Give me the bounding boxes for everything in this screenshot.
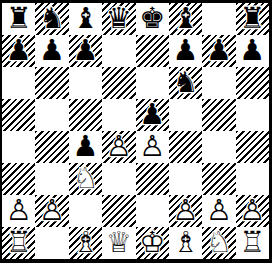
- square-g8[interactable]: [202, 3, 235, 35]
- piece-black-pawn: ♟♟: [69, 35, 102, 67]
- square-g4[interactable]: [202, 131, 235, 163]
- square-b7[interactable]: ♟♟: [35, 35, 68, 67]
- square-a3[interactable]: [2, 163, 35, 195]
- piece-white-pawn: ♟♙: [236, 195, 269, 227]
- piece-white-rook: ♜♖: [236, 227, 269, 259]
- piece-white-bishop: ♝♗: [69, 227, 102, 259]
- chess-board: ♜♜♞♞♝♝♛♛♚♚♝♝♜♜♟♟♟♟♟♟♟♟♟♟♟♟♞♞♟♟♟♟♟♙♟♙♞♘♟♙…: [0, 0, 272, 263]
- square-g2[interactable]: ♟♙: [202, 195, 235, 227]
- square-c1[interactable]: ♝♗: [69, 227, 102, 259]
- square-h8[interactable]: ♜♜: [236, 3, 269, 35]
- square-d2[interactable]: [102, 195, 135, 227]
- white-bishop-icon: ♗: [169, 227, 202, 259]
- piece-white-pawn: ♟♙: [202, 195, 235, 227]
- square-a2[interactable]: ♟♙: [2, 195, 35, 227]
- piece-black-pawn: ♟♟: [236, 35, 269, 67]
- piece-white-knight: ♞♘: [69, 163, 102, 195]
- square-c3[interactable]: ♞♘: [69, 163, 102, 195]
- black-pawn-icon: ♟: [136, 99, 169, 131]
- square-f8[interactable]: ♝♝: [169, 3, 202, 35]
- black-pawn-icon: ♟: [169, 35, 202, 67]
- square-d4[interactable]: ♟♙: [102, 131, 135, 163]
- black-pawn-icon: ♟: [69, 35, 102, 67]
- square-e7[interactable]: [136, 35, 169, 67]
- square-f4[interactable]: [169, 131, 202, 163]
- black-rook-icon: ♜: [2, 3, 35, 35]
- square-h1[interactable]: ♜♖: [236, 227, 269, 259]
- square-e4[interactable]: ♟♙: [136, 131, 169, 163]
- piece-black-rook: ♜♜: [236, 3, 269, 35]
- piece-white-pawn: ♟♙: [102, 131, 135, 163]
- white-knight-icon: ♘: [202, 227, 235, 259]
- square-d6[interactable]: [102, 67, 135, 99]
- black-knight-icon: ♞: [35, 3, 68, 35]
- square-h7[interactable]: ♟♟: [236, 35, 269, 67]
- square-c2[interactable]: [69, 195, 102, 227]
- black-bishop-icon: ♝: [169, 3, 202, 35]
- white-knight-icon: ♘: [69, 163, 102, 195]
- white-rook-icon: ♖: [2, 227, 35, 259]
- black-queen-icon: ♛: [102, 3, 135, 35]
- piece-black-pawn: ♟♟: [136, 99, 169, 131]
- square-g3[interactable]: [202, 163, 235, 195]
- square-e1[interactable]: ♚♔: [136, 227, 169, 259]
- black-pawn-icon: ♟: [2, 35, 35, 67]
- piece-black-knight: ♞♞: [169, 67, 202, 99]
- piece-white-pawn: ♟♙: [169, 195, 202, 227]
- square-d5[interactable]: [102, 99, 135, 131]
- square-a8[interactable]: ♜♜: [2, 3, 35, 35]
- piece-white-queen: ♛♕: [102, 227, 135, 259]
- piece-black-knight: ♞♞: [35, 3, 68, 35]
- white-pawn-icon: ♙: [102, 131, 135, 163]
- square-f5[interactable]: [169, 99, 202, 131]
- square-c8[interactable]: ♝♝: [69, 3, 102, 35]
- piece-black-bishop: ♝♝: [69, 3, 102, 35]
- white-rook-icon: ♖: [236, 227, 269, 259]
- square-f3[interactable]: [169, 163, 202, 195]
- piece-white-pawn: ♟♙: [35, 195, 68, 227]
- piece-white-king: ♚♔: [136, 227, 169, 259]
- white-bishop-icon: ♗: [69, 227, 102, 259]
- square-f6[interactable]: ♞♞: [169, 67, 202, 99]
- black-bishop-icon: ♝: [69, 3, 102, 35]
- piece-black-king: ♚♚: [136, 3, 169, 35]
- white-queen-icon: ♕: [102, 227, 135, 259]
- square-h4[interactable]: [236, 131, 269, 163]
- piece-black-rook: ♜♜: [2, 3, 35, 35]
- square-g1[interactable]: ♞♘: [202, 227, 235, 259]
- square-a7[interactable]: ♟♟: [2, 35, 35, 67]
- square-h2[interactable]: ♟♙: [236, 195, 269, 227]
- white-king-icon: ♔: [136, 227, 169, 259]
- black-rook-icon: ♜: [236, 3, 269, 35]
- square-f2[interactable]: ♟♙: [169, 195, 202, 227]
- piece-black-pawn: ♟♟: [69, 131, 102, 163]
- square-d1[interactable]: ♛♕: [102, 227, 135, 259]
- square-e5[interactable]: ♟♟: [136, 99, 169, 131]
- square-c7[interactable]: ♟♟: [69, 35, 102, 67]
- square-c5[interactable]: [69, 99, 102, 131]
- piece-black-pawn: ♟♟: [169, 35, 202, 67]
- square-a6[interactable]: [2, 67, 35, 99]
- square-g6[interactable]: [202, 67, 235, 99]
- square-b3[interactable]: [35, 163, 68, 195]
- white-pawn-icon: ♙: [202, 195, 235, 227]
- piece-white-knight: ♞♘: [202, 227, 235, 259]
- square-b6[interactable]: [35, 67, 68, 99]
- piece-white-pawn: ♟♙: [136, 131, 169, 163]
- square-b1[interactable]: [35, 227, 68, 259]
- square-c4[interactable]: ♟♟: [69, 131, 102, 163]
- black-pawn-icon: ♟: [202, 35, 235, 67]
- square-a5[interactable]: [2, 99, 35, 131]
- piece-black-pawn: ♟♟: [35, 35, 68, 67]
- square-e3[interactable]: [136, 163, 169, 195]
- white-pawn-icon: ♙: [169, 195, 202, 227]
- white-pawn-icon: ♙: [136, 131, 169, 163]
- square-b4[interactable]: [35, 131, 68, 163]
- square-b8[interactable]: ♞♞: [35, 3, 68, 35]
- white-pawn-icon: ♙: [35, 195, 68, 227]
- black-king-icon: ♚: [136, 3, 169, 35]
- square-e8[interactable]: ♚♚: [136, 3, 169, 35]
- square-g5[interactable]: [202, 99, 235, 131]
- piece-black-pawn: ♟♟: [202, 35, 235, 67]
- square-c6[interactable]: [69, 67, 102, 99]
- black-knight-icon: ♞: [169, 67, 202, 99]
- piece-white-rook: ♜♖: [2, 227, 35, 259]
- square-d3[interactable]: [102, 163, 135, 195]
- white-pawn-icon: ♙: [236, 195, 269, 227]
- square-e2[interactable]: [136, 195, 169, 227]
- black-pawn-icon: ♟: [69, 131, 102, 163]
- black-pawn-icon: ♟: [35, 35, 68, 67]
- white-pawn-icon: ♙: [2, 195, 35, 227]
- square-d8[interactable]: ♛♛: [102, 3, 135, 35]
- black-pawn-icon: ♟: [236, 35, 269, 67]
- square-g7[interactable]: ♟♟: [202, 35, 235, 67]
- square-a4[interactable]: [2, 131, 35, 163]
- square-b5[interactable]: [35, 99, 68, 131]
- piece-black-bishop: ♝♝: [169, 3, 202, 35]
- square-e6[interactable]: [136, 67, 169, 99]
- square-h3[interactable]: [236, 163, 269, 195]
- square-d7[interactable]: [102, 35, 135, 67]
- piece-black-pawn: ♟♟: [2, 35, 35, 67]
- square-a1[interactable]: ♜♖: [2, 227, 35, 259]
- piece-black-queen: ♛♛: [102, 3, 135, 35]
- square-h5[interactable]: [236, 99, 269, 131]
- piece-white-bishop: ♝♗: [169, 227, 202, 259]
- square-h6[interactable]: [236, 67, 269, 99]
- square-f1[interactable]: ♝♗: [169, 227, 202, 259]
- square-f7[interactable]: ♟♟: [169, 35, 202, 67]
- square-b2[interactable]: ♟♙: [35, 195, 68, 227]
- piece-white-pawn: ♟♙: [2, 195, 35, 227]
